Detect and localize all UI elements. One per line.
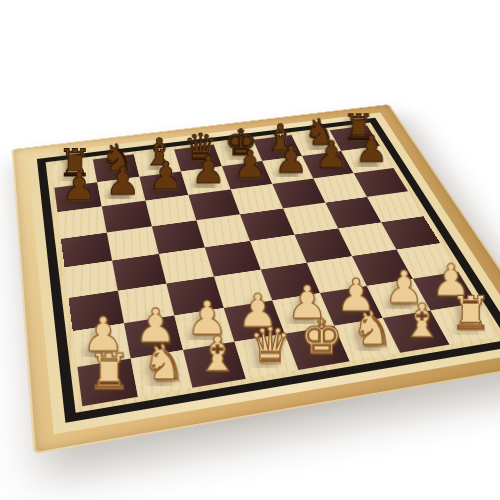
square-b4[interactable] bbox=[112, 254, 166, 291]
product-photo: ♜♞♝♛♚♝♞♜♟♟♟♟♟♟♟♟♟♟♟♟♟♟♟♟♜♞♝♛♚♞♝♜ bbox=[0, 0, 500, 500]
board-inner-margin: ♜♞♝♛♚♝♞♜♟♟♟♟♟♟♟♟♟♟♟♟♟♟♟♟♜♞♝♛♚♞♝♜ bbox=[46, 122, 500, 412]
square-e5[interactable] bbox=[240, 208, 294, 241]
square-d2[interactable]: ♟ bbox=[224, 300, 285, 341]
square-a4[interactable] bbox=[65, 261, 118, 298]
black-bishop-c8: ♝ bbox=[143, 135, 176, 172]
square-d5[interactable] bbox=[196, 214, 250, 247]
square-a1[interactable]: ♜ bbox=[77, 358, 138, 406]
board-frame: ♜♞♝♛♚♝♞♜♟♟♟♟♟♟♟♟♟♟♟♟♟♟♟♟♜♞♝♛♚♞♝♜ bbox=[11, 104, 500, 454]
square-d6[interactable] bbox=[188, 189, 240, 220]
chess-board: ♜♞♝♛♚♝♞♜♟♟♟♟♟♟♟♟♟♟♟♟♟♟♟♟♜♞♝♛♚♞♝♜ bbox=[51, 126, 498, 407]
square-a7[interactable]: ♟ bbox=[54, 182, 102, 212]
white-pawn-f2: ♟ bbox=[336, 273, 376, 318]
square-b7[interactable]: ♟ bbox=[97, 177, 145, 207]
square-b1[interactable]: ♞ bbox=[131, 350, 193, 397]
square-a8[interactable]: ♜ bbox=[51, 159, 97, 187]
black-queen-d8: ♛ bbox=[184, 130, 217, 167]
white-pawn-e2: ♟ bbox=[287, 280, 328, 325]
black-knight-b8: ♞ bbox=[101, 140, 135, 178]
black-pawn-d7: ♟ bbox=[191, 152, 225, 190]
white-pawn-b2: ♟ bbox=[135, 303, 177, 350]
black-rook-h8: ♜ bbox=[342, 111, 374, 147]
square-d4[interactable] bbox=[205, 241, 261, 277]
square-h3[interactable] bbox=[396, 243, 458, 279]
board-perspective-wrapper: ♜♞♝♛♚♝♞♜♟♟♟♟♟♟♟♟♟♟♟♟♟♟♟♟♜♞♝♛♚♞♝♜ bbox=[11, 104, 500, 454]
white-pawn-c2: ♟ bbox=[186, 296, 228, 342]
black-king-e8: ♚ bbox=[224, 125, 257, 162]
square-d3[interactable] bbox=[214, 270, 272, 308]
board-border-band: ♜♞♝♛♚♝♞♜♟♟♟♟♟♟♟♟♟♟♟♟♟♟♟♟♜♞♝♛♚♞♝♜ bbox=[37, 118, 500, 423]
black-rook-a8: ♜ bbox=[58, 145, 92, 183]
square-c4[interactable] bbox=[159, 247, 214, 283]
square-c5[interactable] bbox=[152, 220, 205, 254]
square-b8[interactable]: ♞ bbox=[93, 154, 140, 182]
square-h4[interactable] bbox=[381, 216, 440, 249]
black-bishop-f8: ♝ bbox=[264, 120, 297, 156]
